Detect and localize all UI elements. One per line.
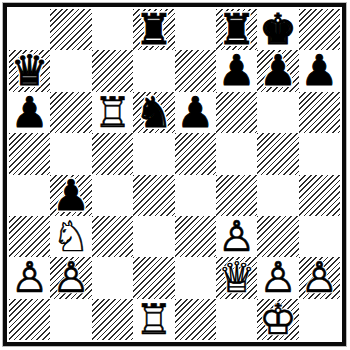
square-c4[interactable] (92, 175, 133, 216)
piece-glyph: ♟ (257, 50, 298, 91)
square-c6[interactable]: ♜♖ (92, 92, 133, 133)
square-e6[interactable]: ♟♟ (175, 92, 216, 133)
square-b7[interactable] (50, 50, 91, 91)
square-h1[interactable] (299, 299, 340, 340)
piece-glyph: ♚ (257, 9, 298, 50)
white-king[interactable]: ♚♔ (257, 299, 298, 340)
square-h2[interactable]: ♟♙ (299, 257, 340, 298)
square-f2[interactable]: ♛♕ (216, 257, 257, 298)
black-pawn[interactable]: ♟♟ (299, 50, 340, 91)
square-b1[interactable] (50, 299, 91, 340)
square-g1[interactable]: ♚♔ (257, 299, 298, 340)
square-a3[interactable] (9, 216, 50, 257)
square-c7[interactable] (92, 50, 133, 91)
square-h8[interactable] (299, 9, 340, 50)
square-a8[interactable] (9, 9, 50, 50)
white-rook[interactable]: ♜♖ (92, 92, 133, 133)
square-f5[interactable] (216, 133, 257, 174)
square-b3[interactable]: ♞♘ (50, 216, 91, 257)
piece-glyph: ♖ (133, 299, 174, 340)
piece-glyph: ♟ (50, 175, 91, 216)
square-e5[interactable] (175, 133, 216, 174)
square-h7[interactable]: ♟♟ (299, 50, 340, 91)
square-c1[interactable] (92, 299, 133, 340)
square-e4[interactable] (175, 175, 216, 216)
white-queen[interactable]: ♛♕ (216, 257, 257, 298)
square-f7[interactable]: ♟♟ (216, 50, 257, 91)
piece-glyph: ♖ (92, 92, 133, 133)
square-c5[interactable] (92, 133, 133, 174)
square-g2[interactable]: ♟♙ (257, 257, 298, 298)
square-c8[interactable] (92, 9, 133, 50)
white-pawn[interactable]: ♟♙ (299, 257, 340, 298)
black-queen[interactable]: ♛♛ (9, 50, 50, 91)
square-e2[interactable] (175, 257, 216, 298)
piece-glyph: ♙ (257, 257, 298, 298)
white-knight[interactable]: ♞♘ (50, 216, 91, 257)
square-d4[interactable] (133, 175, 174, 216)
square-d7[interactable] (133, 50, 174, 91)
piece-glyph: ♙ (9, 257, 50, 298)
square-d2[interactable] (133, 257, 174, 298)
chess-board: ♜♜♜♜♚♚♛♛♟♟♟♟♟♟♟♟♜♖♞♞♟♟♟♟♞♘♟♙♟♙♟♙♛♕♟♙♟♙♜♖… (9, 9, 340, 340)
square-c2[interactable] (92, 257, 133, 298)
square-f4[interactable] (216, 175, 257, 216)
square-d8[interactable]: ♜♜ (133, 9, 174, 50)
square-a4[interactable] (9, 175, 50, 216)
square-a7[interactable]: ♛♛ (9, 50, 50, 91)
board-frame: ♜♜♜♜♚♚♛♛♟♟♟♟♟♟♟♟♜♖♞♞♟♟♟♟♞♘♟♙♟♙♟♙♛♕♟♙♟♙♜♖… (3, 3, 346, 346)
square-g6[interactable] (257, 92, 298, 133)
piece-glyph: ♟ (299, 50, 340, 91)
square-e1[interactable] (175, 299, 216, 340)
chess-diagram: ♜♜♜♜♚♚♛♛♟♟♟♟♟♟♟♟♜♖♞♞♟♟♟♟♞♘♟♙♟♙♟♙♛♕♟♙♟♙♜♖… (0, 0, 350, 350)
square-d6[interactable]: ♞♞ (133, 92, 174, 133)
piece-glyph: ♜ (216, 9, 257, 50)
black-king[interactable]: ♚♚ (257, 9, 298, 50)
piece-glyph: ♙ (50, 257, 91, 298)
piece-glyph: ♜ (133, 9, 174, 50)
black-pawn[interactable]: ♟♟ (175, 92, 216, 133)
square-g7[interactable]: ♟♟ (257, 50, 298, 91)
piece-glyph: ♟ (216, 50, 257, 91)
square-d5[interactable] (133, 133, 174, 174)
square-g3[interactable] (257, 216, 298, 257)
square-h3[interactable] (299, 216, 340, 257)
square-f3[interactable]: ♟♙ (216, 216, 257, 257)
square-e8[interactable] (175, 9, 216, 50)
white-pawn[interactable]: ♟♙ (257, 257, 298, 298)
square-b2[interactable]: ♟♙ (50, 257, 91, 298)
black-pawn[interactable]: ♟♟ (9, 92, 50, 133)
square-h5[interactable] (299, 133, 340, 174)
square-g5[interactable] (257, 133, 298, 174)
white-pawn[interactable]: ♟♙ (216, 216, 257, 257)
square-f8[interactable]: ♜♜ (216, 9, 257, 50)
piece-glyph: ♛ (9, 50, 50, 91)
piece-glyph: ♟ (9, 92, 50, 133)
black-knight[interactable]: ♞♞ (133, 92, 174, 133)
piece-glyph: ♔ (257, 299, 298, 340)
black-pawn[interactable]: ♟♟ (50, 175, 91, 216)
piece-glyph: ♙ (299, 257, 340, 298)
square-f1[interactable] (216, 299, 257, 340)
piece-glyph: ♟ (175, 92, 216, 133)
square-a2[interactable]: ♟♙ (9, 257, 50, 298)
piece-glyph: ♙ (216, 216, 257, 257)
square-d1[interactable]: ♜♖ (133, 299, 174, 340)
white-rook[interactable]: ♜♖ (133, 299, 174, 340)
square-b5[interactable] (50, 133, 91, 174)
white-pawn[interactable]: ♟♙ (9, 257, 50, 298)
square-a1[interactable] (9, 299, 50, 340)
piece-glyph: ♕ (216, 257, 257, 298)
square-a5[interactable] (9, 133, 50, 174)
square-e3[interactable] (175, 216, 216, 257)
square-g8[interactable]: ♚♚ (257, 9, 298, 50)
square-b8[interactable] (50, 9, 91, 50)
square-a6[interactable]: ♟♟ (9, 92, 50, 133)
square-e7[interactable] (175, 50, 216, 91)
square-b6[interactable] (50, 92, 91, 133)
square-d3[interactable] (133, 216, 174, 257)
piece-glyph: ♘ (50, 216, 91, 257)
black-pawn[interactable]: ♟♟ (216, 50, 257, 91)
square-f6[interactable] (216, 92, 257, 133)
square-g4[interactable] (257, 175, 298, 216)
black-rook[interactable]: ♜♜ (133, 9, 174, 50)
square-c3[interactable] (92, 216, 133, 257)
square-b4[interactable]: ♟♟ (50, 175, 91, 216)
white-pawn[interactable]: ♟♙ (50, 257, 91, 298)
square-h4[interactable] (299, 175, 340, 216)
black-rook[interactable]: ♜♜ (216, 9, 257, 50)
square-h6[interactable] (299, 92, 340, 133)
piece-glyph: ♞ (133, 92, 174, 133)
black-pawn[interactable]: ♟♟ (257, 50, 298, 91)
